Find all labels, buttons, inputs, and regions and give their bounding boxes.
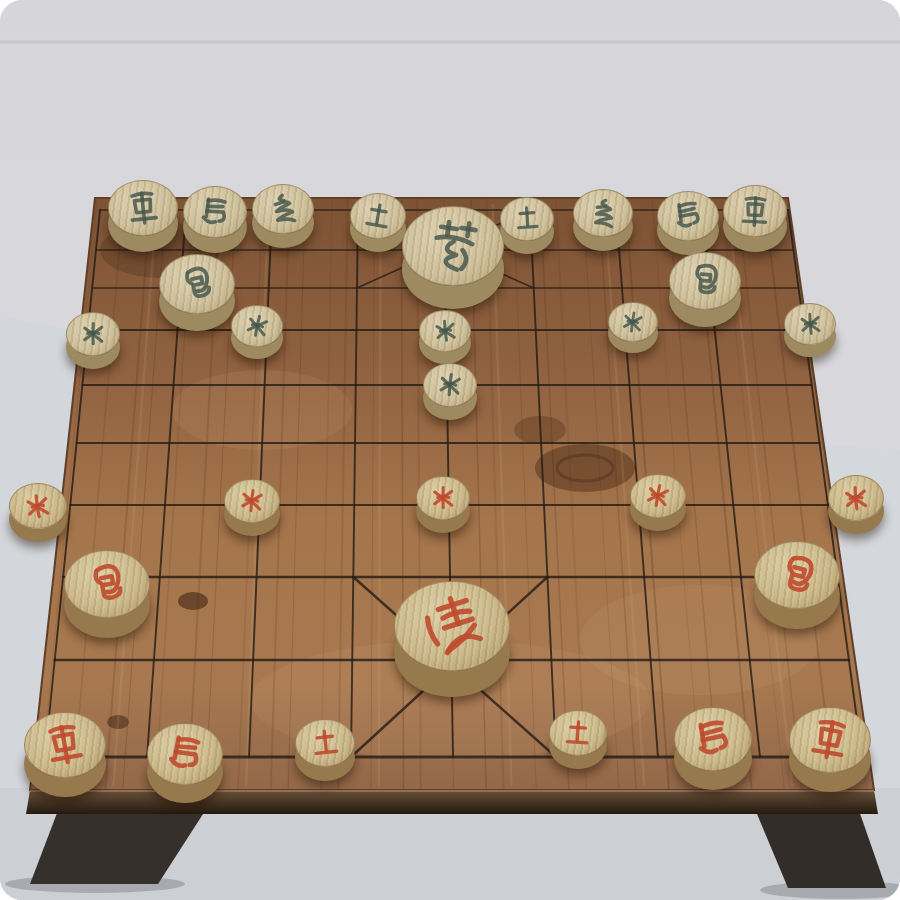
piece-cho-king[interactable] [402,206,504,286]
soldier-glyph [425,314,465,347]
piece-cho-horse[interactable] [657,191,719,241]
guard-glyph [302,724,348,762]
horse-glyph [191,192,239,232]
piece-cho-soldier[interactable] [784,303,836,345]
soldier-glyph [236,308,278,345]
piece-han-soldier[interactable] [416,476,470,520]
guard-glyph [556,715,600,750]
horse-glyph [681,711,746,768]
piece-han-soldier[interactable] [224,479,280,523]
chariot-glyph [731,191,779,230]
soldier-glyph [791,308,830,340]
cannon-glyph [72,555,142,614]
chariot-glyph [797,712,864,769]
soldier-glyph [231,483,274,518]
king-glyph [402,582,502,670]
cannon-glyph [677,258,732,304]
piece-han-king[interactable] [394,581,510,671]
piece-han-cannon[interactable] [64,550,150,618]
elephant-glyph [580,194,626,232]
piece-han-guard[interactable] [295,719,355,767]
king-glyph [412,212,493,279]
piece-cho-cannon[interactable] [159,254,235,314]
piece-cho-guard[interactable] [350,193,406,239]
soldier-glyph [835,480,878,516]
piece-han-cannon[interactable] [754,541,840,609]
piece-han-chariot[interactable] [789,707,871,773]
soldier-glyph [74,318,112,349]
piece-cho-elephant[interactable] [573,189,633,237]
piece-cho-soldier[interactable] [231,305,283,347]
piece-han-soldier[interactable] [9,483,67,529]
piece-cho-chariot[interactable] [723,185,787,237]
chariot-glyph [116,185,170,230]
piece-han-soldier[interactable] [630,474,686,518]
janggi-board-photo [0,0,900,900]
guard-glyph [355,196,400,235]
piece-cho-soldier[interactable] [608,302,658,342]
piece-han-guard[interactable] [549,710,607,756]
piece-han-soldier[interactable] [828,475,884,521]
piece-han-horse[interactable] [147,723,223,785]
piece-layer [0,0,900,900]
soldier-glyph [636,477,681,515]
piece-cho-soldier[interactable] [66,312,120,356]
horse-glyph [663,195,713,238]
soldier-glyph [424,482,462,513]
horse-glyph [155,728,215,780]
cannon-glyph [166,257,228,310]
piece-cho-soldier[interactable] [423,363,477,407]
cannon-glyph [761,543,834,606]
guard-glyph [507,202,548,236]
piece-cho-elephant[interactable] [252,184,314,234]
piece-han-chariot[interactable] [24,712,106,778]
piece-cho-guard[interactable] [500,197,554,241]
piece-han-horse[interactable] [674,707,752,771]
piece-cho-horse[interactable] [183,186,247,238]
piece-cho-soldier[interactable] [419,310,471,352]
chariot-glyph [32,717,99,774]
soldier-glyph [15,487,61,525]
soldier-glyph [613,306,652,339]
piece-cho-cannon[interactable] [669,252,741,310]
elephant-glyph [259,188,308,229]
soldier-glyph [429,368,471,403]
piece-cho-chariot[interactable] [108,180,178,236]
